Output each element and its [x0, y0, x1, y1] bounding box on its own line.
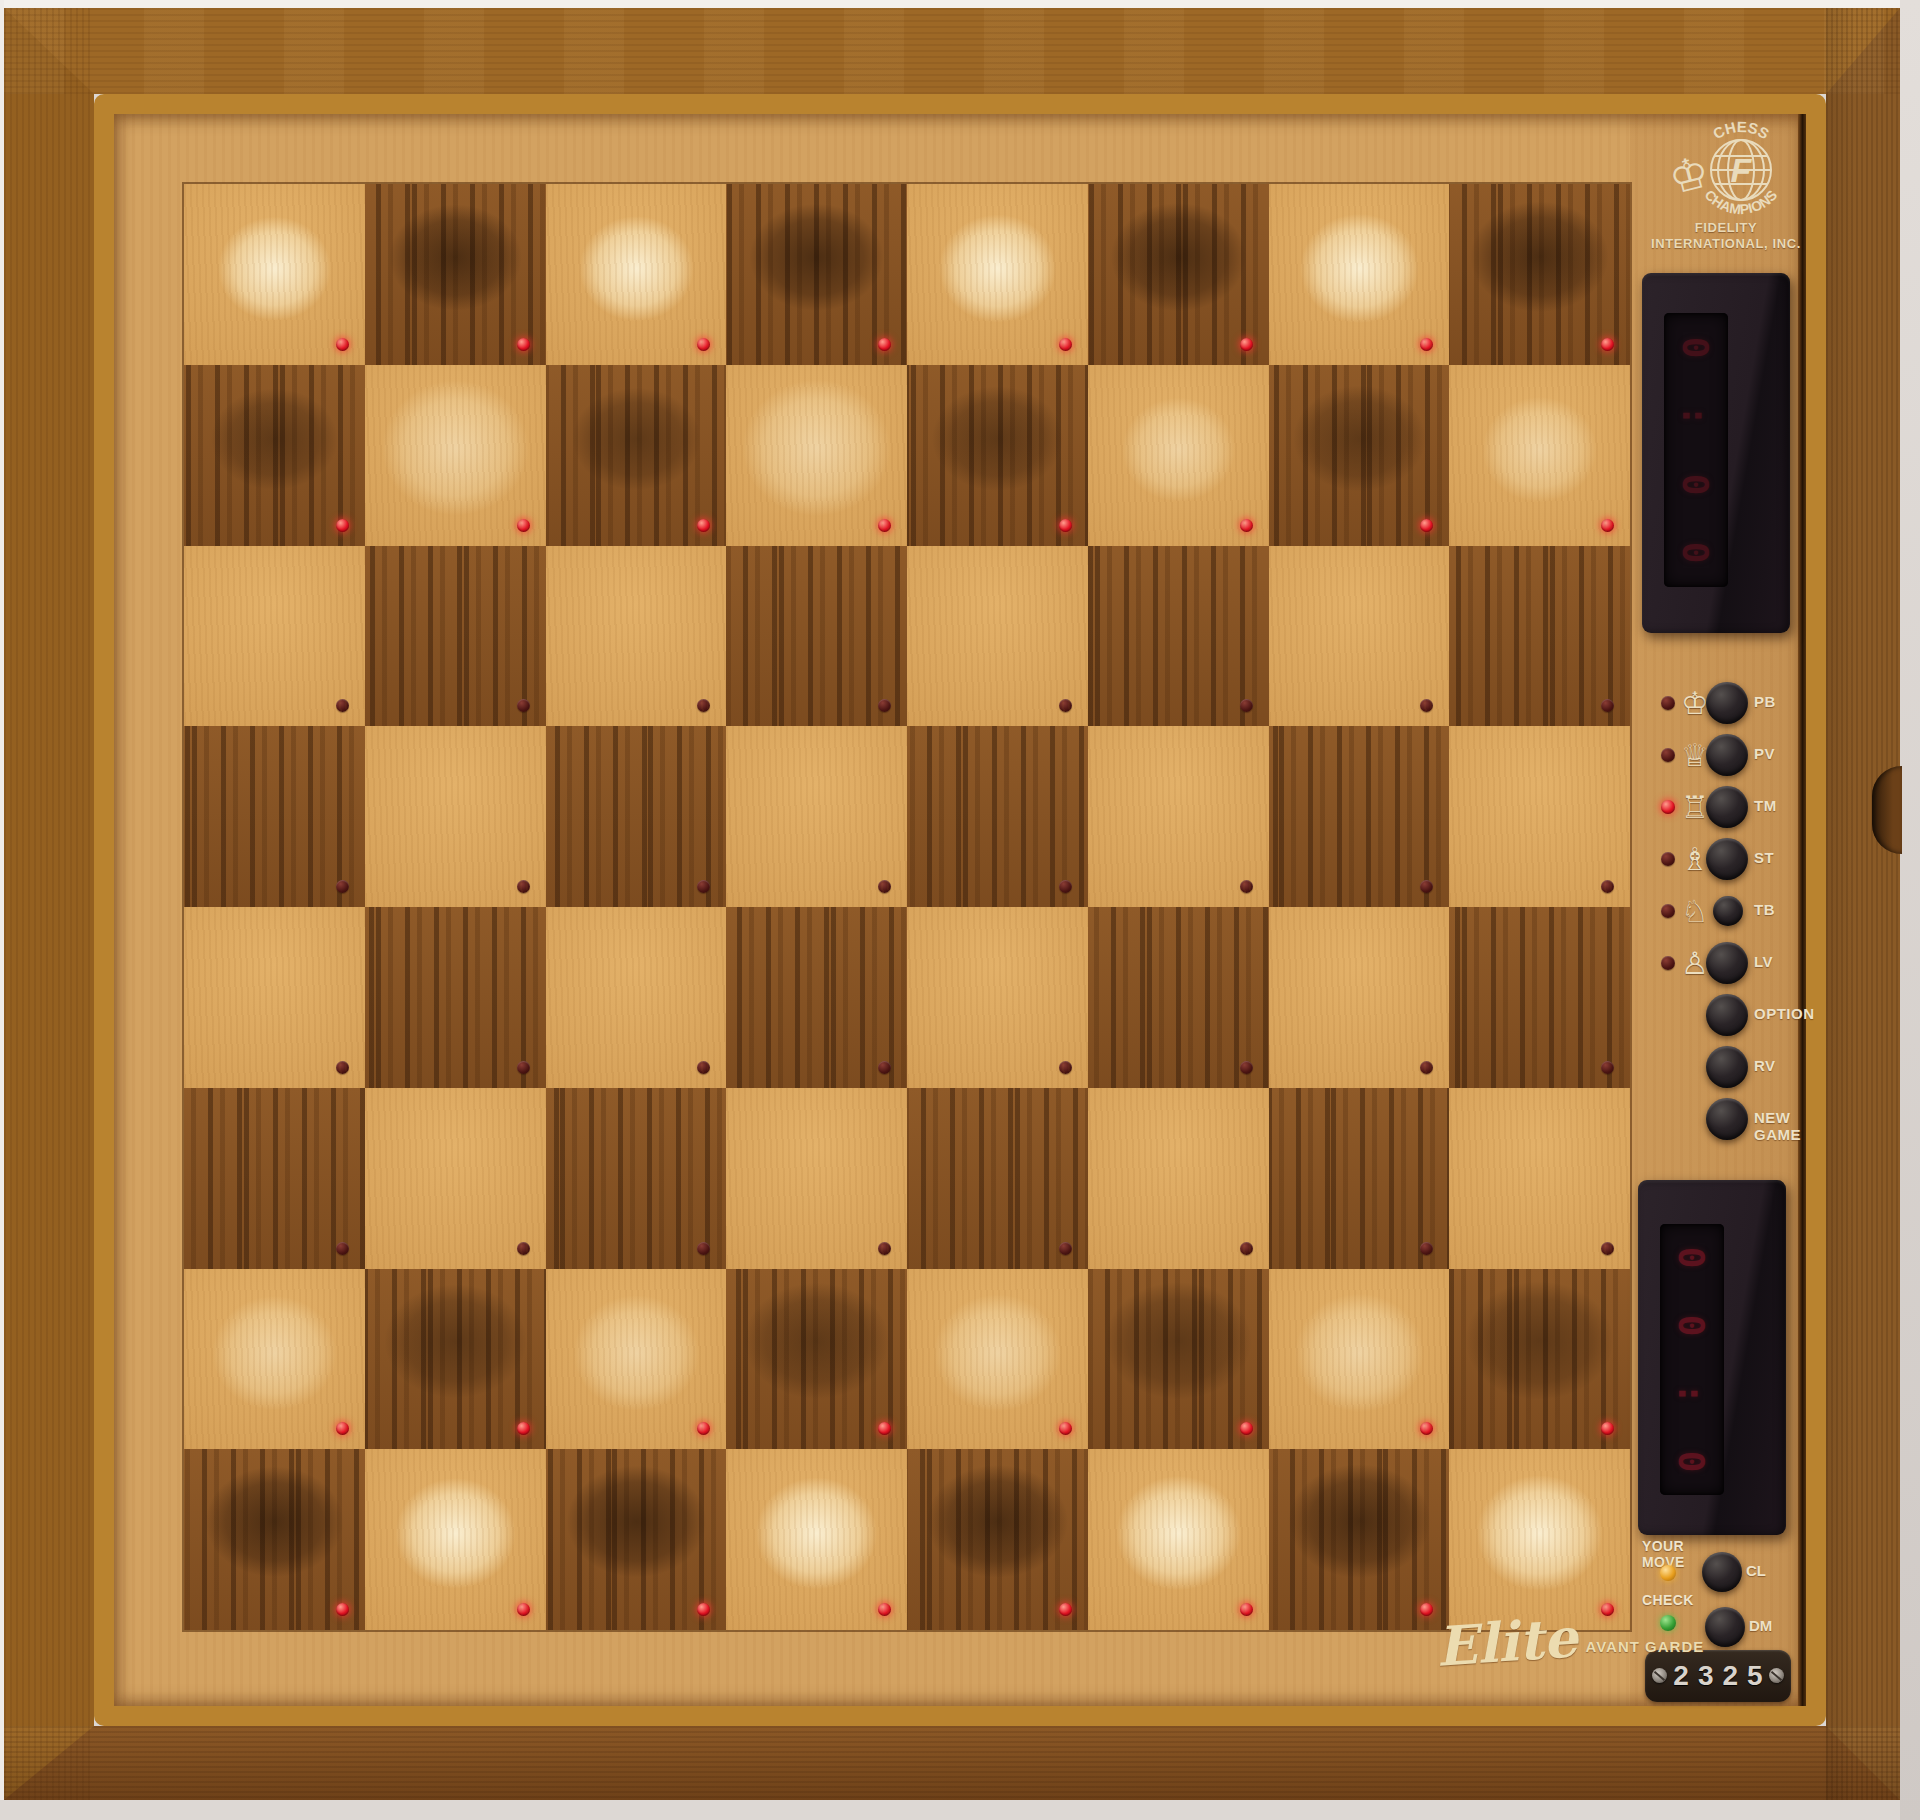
piece-wear-mark	[1283, 198, 1435, 350]
square-e7[interactable]	[907, 365, 1088, 546]
panel-button-label: RV	[1754, 1058, 1816, 1075]
square-d4[interactable]	[726, 907, 907, 1088]
dm-button-label: DM	[1749, 1617, 1772, 1634]
panel-row-tb: ♘TB	[1630, 889, 1830, 933]
square-c7[interactable]	[546, 365, 727, 546]
square-led	[878, 519, 891, 532]
seven-segment-digit: :	[1676, 405, 1717, 427]
square-g2[interactable]	[1269, 1269, 1450, 1450]
panel-button-label: PV	[1754, 746, 1816, 763]
screw-icon	[1769, 1668, 1784, 1683]
square-h1[interactable]	[1449, 1449, 1630, 1630]
square-d7[interactable]	[726, 365, 907, 546]
lv-button[interactable]	[1706, 942, 1748, 984]
square-led	[1059, 1242, 1072, 1255]
seven-segment-digit: 0	[1676, 473, 1717, 495]
square-h5[interactable]	[1449, 726, 1630, 907]
your-move-label: YOUR MOVE	[1642, 1538, 1704, 1570]
piece-wear-mark	[1451, 186, 1628, 363]
square-c5[interactable]	[546, 726, 727, 907]
logo-monogram: F	[1731, 151, 1753, 189]
piece-wear-mark	[554, 373, 718, 537]
st-led	[1661, 852, 1675, 866]
square-e2[interactable]	[907, 1269, 1088, 1450]
st-button[interactable]	[1706, 838, 1748, 880]
square-led	[1420, 699, 1433, 712]
piece-wear-mark	[913, 371, 1081, 539]
square-led	[1601, 1061, 1614, 1074]
square-led	[336, 1603, 349, 1616]
square-b2[interactable]	[365, 1269, 546, 1450]
fidelity-logo: F ♔ CHESS CHAMPIONS FIDELITY INTERNATION…	[1638, 120, 1814, 253]
square-led	[336, 880, 349, 893]
square-led	[1240, 1242, 1253, 1255]
square-led	[1059, 338, 1072, 351]
square-h6[interactable]	[1449, 546, 1630, 727]
square-b4[interactable]	[365, 907, 546, 1088]
elite-script: Elite	[1434, 1613, 1579, 1671]
square-led	[517, 519, 530, 532]
square-led	[1601, 1603, 1614, 1616]
square-a7[interactable]	[184, 365, 365, 546]
square-led	[1059, 880, 1072, 893]
panel-button-label: OPTION	[1754, 1006, 1816, 1023]
square-led	[517, 1061, 530, 1074]
piece-wear-mark	[922, 199, 1072, 349]
square-b7[interactable]	[365, 365, 546, 546]
pb-led	[1661, 696, 1675, 710]
square-g6[interactable]	[1269, 546, 1450, 727]
square-e6[interactable]	[907, 546, 1088, 727]
square-d2[interactable]	[726, 1269, 907, 1450]
panel-button-label: NEW GAME	[1754, 1110, 1816, 1143]
piece-wear-mark	[365, 365, 546, 546]
square-a3[interactable]	[184, 1088, 365, 1269]
piece-wear-mark	[195, 1279, 354, 1438]
square-h2[interactable]	[1449, 1269, 1630, 1450]
square-a2[interactable]	[184, 1269, 365, 1450]
square-b1[interactable]	[365, 1449, 546, 1630]
square-d5[interactable]	[726, 726, 907, 907]
square-b6[interactable]	[365, 546, 546, 727]
model-branding: Elite AVANT GARDE	[1436, 1618, 1704, 1667]
square-e1[interactable]	[907, 1449, 1088, 1630]
panel-button-label: LV	[1754, 954, 1816, 971]
square-g3[interactable]	[1269, 1088, 1450, 1269]
piece-wear-mark	[739, 1462, 894, 1617]
square-led	[697, 1603, 710, 1616]
square-led	[1601, 1422, 1614, 1435]
piece-wear-mark	[1106, 383, 1251, 528]
square-g8[interactable]	[1269, 184, 1450, 365]
square-b3[interactable]	[365, 1088, 546, 1269]
square-led	[1601, 338, 1614, 351]
panel-button-label: PB	[1754, 694, 1816, 711]
panel-row-pv: ♕PV	[1630, 733, 1830, 777]
panel-button-label: TM	[1754, 798, 1816, 815]
avant-garde-label: AVANT GARDE	[1586, 1638, 1705, 1655]
square-h4[interactable]	[1449, 907, 1630, 1088]
square-led	[697, 1061, 710, 1074]
clock-display-bottom: 00:0	[1638, 1180, 1786, 1535]
piece-wear-mark	[378, 1463, 532, 1617]
panel-row-option: OPTION	[1630, 993, 1830, 1037]
square-f3[interactable]	[1088, 1088, 1269, 1269]
seven-segment-digit: 0	[1672, 1450, 1713, 1472]
screw-icon	[1652, 1668, 1667, 1683]
square-a1[interactable]	[184, 1449, 365, 1630]
square-led	[517, 1603, 530, 1616]
square-led	[1240, 519, 1253, 532]
square-b5[interactable]	[365, 726, 546, 907]
tm-led	[1661, 800, 1675, 814]
clock-display-top: 0:00	[1642, 273, 1790, 633]
square-led	[336, 519, 349, 532]
square-f5[interactable]	[1088, 726, 1269, 907]
square-c6[interactable]	[546, 546, 727, 727]
piece-wear-mark	[731, 189, 903, 361]
square-d3[interactable]	[726, 1088, 907, 1269]
brand-line-2: INTERNATIONAL, INC.	[1638, 236, 1814, 252]
background-strip-right	[1900, 0, 1920, 1820]
square-f8[interactable]	[1088, 184, 1269, 365]
square-led	[1240, 880, 1253, 893]
square-led	[517, 1242, 530, 1255]
seven-segment-digit: 0	[1672, 1247, 1713, 1269]
brand-line-1: FIDELITY	[1638, 220, 1814, 236]
clock-window-bottom: 00:0	[1660, 1224, 1724, 1495]
seven-segment-digit: :	[1672, 1383, 1713, 1405]
piece-wear-mark	[555, 1278, 716, 1439]
panel-row-st: ♗ST	[1630, 837, 1830, 881]
square-led	[336, 699, 349, 712]
square-led	[336, 1242, 349, 1255]
square-led	[878, 1422, 891, 1435]
square-led	[336, 1422, 349, 1435]
square-led	[1059, 1603, 1072, 1616]
panel-button-label: TB	[1754, 902, 1816, 919]
square-a6[interactable]	[184, 546, 365, 727]
square-led	[697, 1422, 710, 1435]
square-g4[interactable]	[1269, 907, 1450, 1088]
square-e4[interactable]	[907, 907, 1088, 1088]
panel-row-tm: ♖TM	[1630, 785, 1830, 829]
lv-led	[1661, 956, 1675, 970]
square-led	[1420, 338, 1433, 351]
square-led	[697, 338, 710, 351]
rv-button[interactable]	[1706, 1046, 1748, 1088]
square-led	[1059, 519, 1072, 532]
new-game-button[interactable]	[1706, 1098, 1748, 1140]
square-led	[517, 699, 530, 712]
square-led	[1601, 519, 1614, 532]
square-led	[1420, 519, 1433, 532]
piece-wear-mark	[1091, 188, 1265, 362]
square-led	[1059, 699, 1072, 712]
seven-segment-digit: 0	[1676, 336, 1717, 358]
square-led	[336, 1061, 349, 1074]
square-d1[interactable]	[726, 1449, 907, 1630]
background-strip-top	[0, 0, 1920, 8]
piece-wear-mark	[1099, 1460, 1258, 1619]
square-led	[878, 1242, 891, 1255]
tb-led	[1661, 904, 1675, 918]
square-led	[878, 880, 891, 893]
clock-window-top: 0:00	[1664, 313, 1728, 587]
square-led	[517, 1422, 530, 1435]
cl-button[interactable]	[1702, 1552, 1742, 1592]
piece-wear-mark	[370, 189, 540, 359]
piece-wear-mark	[563, 201, 709, 347]
square-b8[interactable]	[365, 184, 546, 365]
square-f4[interactable]	[1088, 907, 1269, 1088]
square-led	[1601, 1242, 1614, 1255]
piece-wear-mark	[726, 365, 907, 546]
option-button[interactable]	[1706, 994, 1748, 1036]
panel-row-lv: ♙LV	[1630, 941, 1830, 985]
piece-wear-mark	[202, 202, 347, 347]
square-led	[697, 1242, 710, 1255]
piece-wear-mark	[1466, 382, 1612, 528]
square-led	[1240, 699, 1253, 712]
piece-wear-mark	[1274, 370, 1444, 540]
pv-led	[1661, 748, 1675, 762]
square-led	[517, 880, 530, 893]
square-led	[697, 519, 710, 532]
dm-button[interactable]	[1705, 1607, 1745, 1647]
seven-segment-digit: 0	[1676, 542, 1717, 564]
panel-row-pb: ♔PB	[1630, 681, 1830, 725]
square-led	[878, 338, 891, 351]
square-led	[1420, 1242, 1433, 1255]
board-surface: F ♔ CHESS CHAMPIONS FIDELITY INTERNATION…	[114, 114, 1806, 1706]
piece-wear-mark	[1277, 1277, 1441, 1441]
piece-wear-mark	[1459, 1459, 1620, 1620]
square-e8[interactable]	[907, 184, 1088, 365]
square-h3[interactable]	[1449, 1088, 1630, 1269]
square-c8[interactable]	[546, 184, 727, 365]
square-led	[697, 880, 710, 893]
piece-wear-mark	[186, 1451, 363, 1628]
piece-wear-mark	[193, 374, 356, 537]
square-f6[interactable]	[1088, 546, 1269, 727]
panel-row-rv: RV	[1630, 1045, 1830, 1089]
square-led	[1059, 1422, 1072, 1435]
tm-button[interactable]	[1706, 786, 1748, 828]
square-e5[interactable]	[907, 726, 1088, 907]
square-c1[interactable]	[546, 1449, 727, 1630]
your-move-led	[1660, 1565, 1676, 1581]
panel-button-label: ST	[1754, 850, 1816, 867]
square-led	[1601, 880, 1614, 893]
square-led	[1420, 1422, 1433, 1435]
square-led	[1420, 1061, 1433, 1074]
square-f7[interactable]	[1088, 365, 1269, 546]
square-led	[878, 1061, 891, 1074]
square-led	[1240, 1061, 1253, 1074]
square-led	[517, 338, 530, 351]
square-c3[interactable]	[546, 1088, 727, 1269]
square-led	[1240, 1603, 1253, 1616]
square-g7[interactable]	[1269, 365, 1450, 546]
check-label: CHECK	[1642, 1592, 1694, 1608]
tb-button[interactable]	[1713, 896, 1743, 926]
cl-button-label: CL	[1746, 1562, 1766, 1579]
square-led	[336, 338, 349, 351]
square-led	[697, 699, 710, 712]
svg-text:CHAMPIONS: CHAMPIONS	[1702, 187, 1781, 218]
square-a8[interactable]	[184, 184, 365, 365]
square-led	[1059, 1061, 1072, 1074]
square-led	[878, 1603, 891, 1616]
finger-notch	[1872, 766, 1902, 854]
square-f1[interactable]	[1088, 1449, 1269, 1630]
knight-icon: ♘	[1678, 893, 1712, 929]
square-c2[interactable]	[546, 1269, 727, 1450]
square-led	[878, 699, 891, 712]
pb-button[interactable]	[1706, 682, 1748, 724]
square-led	[1420, 880, 1433, 893]
seven-segment-digit: 0	[1672, 1315, 1713, 1337]
piece-wear-mark	[907, 1449, 1088, 1630]
square-led	[1420, 1603, 1433, 1616]
square-h8[interactable]	[1449, 184, 1630, 365]
square-g5[interactable]	[1269, 726, 1450, 907]
square-d8[interactable]	[726, 184, 907, 365]
pv-button[interactable]	[1706, 734, 1748, 776]
square-d6[interactable]	[726, 546, 907, 727]
square-g1[interactable]	[1269, 1449, 1450, 1630]
square-led	[1240, 338, 1253, 351]
panel-row-new-game: NEW GAME	[1630, 1097, 1830, 1141]
square-e3[interactable]	[907, 1088, 1088, 1269]
square-a4[interactable]	[184, 907, 365, 1088]
piece-wear-mark	[365, 1269, 546, 1450]
square-a5[interactable]	[184, 726, 365, 907]
piece-wear-mark	[916, 1278, 1079, 1441]
piece-wear-mark	[1269, 1449, 1450, 1630]
square-c4[interactable]	[546, 907, 727, 1088]
square-f2[interactable]	[1088, 1269, 1269, 1450]
photo-of-chess-computer: F ♔ CHESS CHAMPIONS FIDELITY INTERNATION…	[0, 0, 1920, 1820]
piece-wear-mark	[546, 1450, 725, 1629]
chess-board	[184, 184, 1630, 1630]
square-led	[1601, 699, 1614, 712]
piece-wear-mark	[1088, 1269, 1269, 1450]
square-h7[interactable]	[1449, 365, 1630, 546]
square-led	[1240, 1422, 1253, 1435]
